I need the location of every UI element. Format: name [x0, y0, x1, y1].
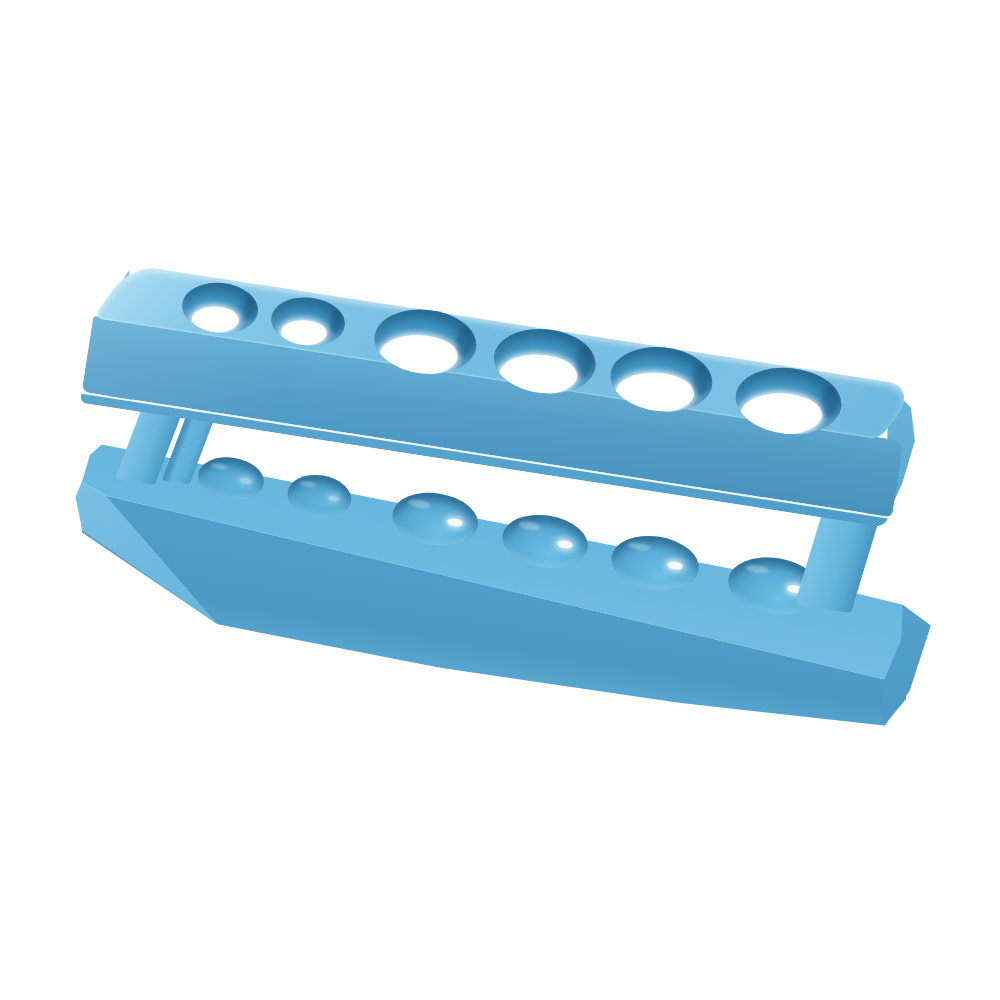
hole-through-light	[616, 371, 695, 413]
tube-hole-5	[607, 342, 715, 416]
hole-inner-shadow	[455, 324, 474, 357]
hole-through-light	[380, 334, 459, 376]
tube-hole-3	[371, 305, 479, 379]
hole-through-light	[741, 393, 823, 436]
hole-inner-shadow	[574, 344, 593, 377]
tube-hole-4	[491, 324, 599, 398]
hole-through-light	[499, 353, 578, 395]
hole-inner-shadow	[242, 294, 257, 320]
hole-through-light	[192, 306, 240, 333]
hole-through-light	[281, 320, 328, 346]
hole-inner-shadow	[819, 383, 839, 418]
tube-holes-row	[42, 260, 970, 770]
product-photo	[0, 0, 1000, 1000]
tube-hole-1	[180, 279, 261, 336]
tube-hole-2	[269, 294, 347, 349]
test-tube-rack	[42, 260, 970, 770]
hole-inner-shadow	[329, 308, 343, 333]
tube-hole-6	[732, 363, 844, 439]
hole-inner-shadow	[691, 362, 710, 395]
